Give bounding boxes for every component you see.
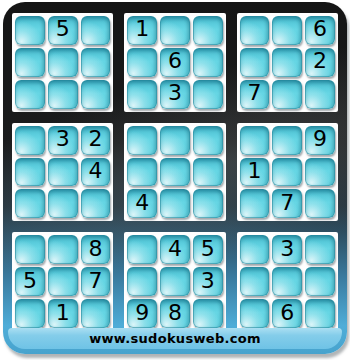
box-1-2: 163 [124, 13, 225, 112]
cell-r4c7[interactable] [240, 126, 270, 155]
box-3-2: 45398 [124, 232, 225, 331]
cell-r3c4[interactable] [127, 80, 157, 109]
cell-r5c1[interactable] [15, 158, 45, 187]
cell-r1c7[interactable] [240, 16, 270, 45]
cell-r5c6[interactable] [193, 158, 223, 187]
cell-r8c5[interactable] [160, 267, 190, 296]
cell-r4c9[interactable]: 9 [305, 126, 335, 155]
cell-r4c5[interactable] [160, 126, 190, 155]
cell-r1c2[interactable]: 5 [48, 16, 78, 45]
cell-r6c2[interactable] [48, 189, 78, 218]
cell-r4c3[interactable]: 2 [81, 126, 111, 155]
given-digit: 1 [56, 302, 70, 324]
cell-r1c6[interactable] [193, 16, 223, 45]
cell-r6c5[interactable] [160, 189, 190, 218]
given-digit: 6 [280, 302, 294, 324]
cell-r2c4[interactable] [127, 48, 157, 77]
given-digit: 4 [168, 238, 182, 260]
cell-r3c2[interactable] [48, 80, 78, 109]
cell-r2c3[interactable] [81, 48, 111, 77]
cell-r3c1[interactable] [15, 80, 45, 109]
cell-r9c2[interactable]: 1 [48, 299, 78, 328]
cell-r6c6[interactable] [193, 189, 223, 218]
given-digit: 5 [201, 238, 215, 260]
cell-r5c5[interactable] [160, 158, 190, 187]
given-digit: 6 [313, 18, 327, 40]
cell-r4c6[interactable] [193, 126, 223, 155]
given-digit: 3 [280, 238, 294, 260]
cell-r3c9[interactable] [305, 80, 335, 109]
given-digit: 6 [168, 50, 182, 72]
cell-r8c2[interactable] [48, 267, 78, 296]
cell-r4c4[interactable] [127, 126, 157, 155]
cell-r5c9[interactable] [305, 158, 335, 187]
cell-r4c2[interactable]: 3 [48, 126, 78, 155]
given-digit: 3 [168, 82, 182, 104]
given-digit: 8 [168, 302, 182, 324]
cell-r9c4[interactable]: 9 [127, 299, 157, 328]
given-digit: 1 [248, 160, 262, 182]
given-digit: 5 [56, 18, 70, 40]
cell-r6c3[interactable] [81, 189, 111, 218]
cell-r8c8[interactable] [272, 267, 302, 296]
cell-r2c1[interactable] [15, 48, 45, 77]
cell-r4c8[interactable] [272, 126, 302, 155]
cell-r2c5[interactable]: 6 [160, 48, 190, 77]
footer-band: www.sudokusweb.com [8, 328, 342, 349]
given-digit: 8 [88, 238, 102, 260]
cell-r7c5[interactable]: 4 [160, 235, 190, 264]
cell-r6c4[interactable]: 4 [127, 189, 157, 218]
given-digit: 2 [313, 50, 327, 72]
cell-r9c9[interactable] [305, 299, 335, 328]
given-digit: 3 [56, 128, 70, 150]
box-3-1: 8571 [12, 232, 113, 331]
cell-r6c7[interactable] [240, 189, 270, 218]
cell-r1c5[interactable] [160, 16, 190, 45]
given-digit: 9 [313, 128, 327, 150]
box-1-1: 5 [12, 13, 113, 112]
cell-r3c3[interactable] [81, 80, 111, 109]
cell-r2c8[interactable] [272, 48, 302, 77]
given-digit: 7 [88, 270, 102, 292]
cell-r3c6[interactable] [193, 80, 223, 109]
sudoku-board: 5163627324491785714539836 [12, 13, 338, 331]
cell-r2c2[interactable] [48, 48, 78, 77]
cell-r2c9[interactable]: 2 [305, 48, 335, 77]
given-digit: 9 [135, 302, 149, 324]
cell-r6c8[interactable]: 7 [272, 189, 302, 218]
box-2-2: 4 [124, 123, 225, 222]
cell-r1c1[interactable] [15, 16, 45, 45]
cell-r7c7[interactable] [240, 235, 270, 264]
given-digit: 7 [280, 192, 294, 214]
box-3-3: 36 [237, 232, 338, 331]
website-link[interactable]: www.sudokusweb.com [89, 331, 261, 346]
cell-r9c3[interactable] [81, 299, 111, 328]
cell-r7c4[interactable] [127, 235, 157, 264]
given-digit: 1 [135, 18, 149, 40]
box-2-3: 917 [237, 123, 338, 222]
given-digit: 7 [248, 82, 262, 104]
given-digit: 4 [135, 192, 149, 214]
cell-r9c5[interactable]: 8 [160, 299, 190, 328]
cell-r7c8[interactable]: 3 [272, 235, 302, 264]
given-digit: 5 [23, 270, 37, 292]
cell-r7c2[interactable] [48, 235, 78, 264]
cell-r7c3[interactable]: 8 [81, 235, 111, 264]
cell-r3c7[interactable]: 7 [240, 80, 270, 109]
board-frame: 5163627324491785714539836 www.sudokusweb… [3, 2, 347, 354]
cell-r8c4[interactable] [127, 267, 157, 296]
cell-r3c5[interactable]: 3 [160, 80, 190, 109]
cell-r5c7[interactable]: 1 [240, 158, 270, 187]
cell-r8c9[interactable] [305, 267, 335, 296]
cell-r5c3[interactable]: 4 [81, 158, 111, 187]
cell-r2c6[interactable] [193, 48, 223, 77]
cell-r1c3[interactable] [81, 16, 111, 45]
cell-r3c8[interactable] [272, 80, 302, 109]
cell-r9c7[interactable] [240, 299, 270, 328]
cell-r2c7[interactable] [240, 48, 270, 77]
cell-r7c1[interactable] [15, 235, 45, 264]
box-1-3: 627 [237, 13, 338, 112]
cell-r6c1[interactable] [15, 189, 45, 218]
cell-r1c8[interactable] [272, 16, 302, 45]
given-digit: 3 [201, 270, 215, 292]
cell-r9c1[interactable] [15, 299, 45, 328]
cell-r1c9[interactable]: 6 [305, 16, 335, 45]
cell-r5c2[interactable] [48, 158, 78, 187]
cell-r9c8[interactable]: 6 [272, 299, 302, 328]
cell-r8c6[interactable]: 3 [193, 267, 223, 296]
cell-r4c1[interactable] [15, 126, 45, 155]
cell-r8c7[interactable] [240, 267, 270, 296]
cell-r6c9[interactable] [305, 189, 335, 218]
box-2-1: 324 [12, 123, 113, 222]
given-digit: 2 [88, 128, 102, 150]
cell-r8c3[interactable]: 7 [81, 267, 111, 296]
cell-r7c6[interactable]: 5 [193, 235, 223, 264]
cell-r5c4[interactable] [127, 158, 157, 187]
cell-r5c8[interactable] [272, 158, 302, 187]
given-digit: 4 [88, 160, 102, 182]
cell-r1c4[interactable]: 1 [127, 16, 157, 45]
cell-r8c1[interactable]: 5 [15, 267, 45, 296]
cell-r9c6[interactable] [193, 299, 223, 328]
cell-r7c9[interactable] [305, 235, 335, 264]
